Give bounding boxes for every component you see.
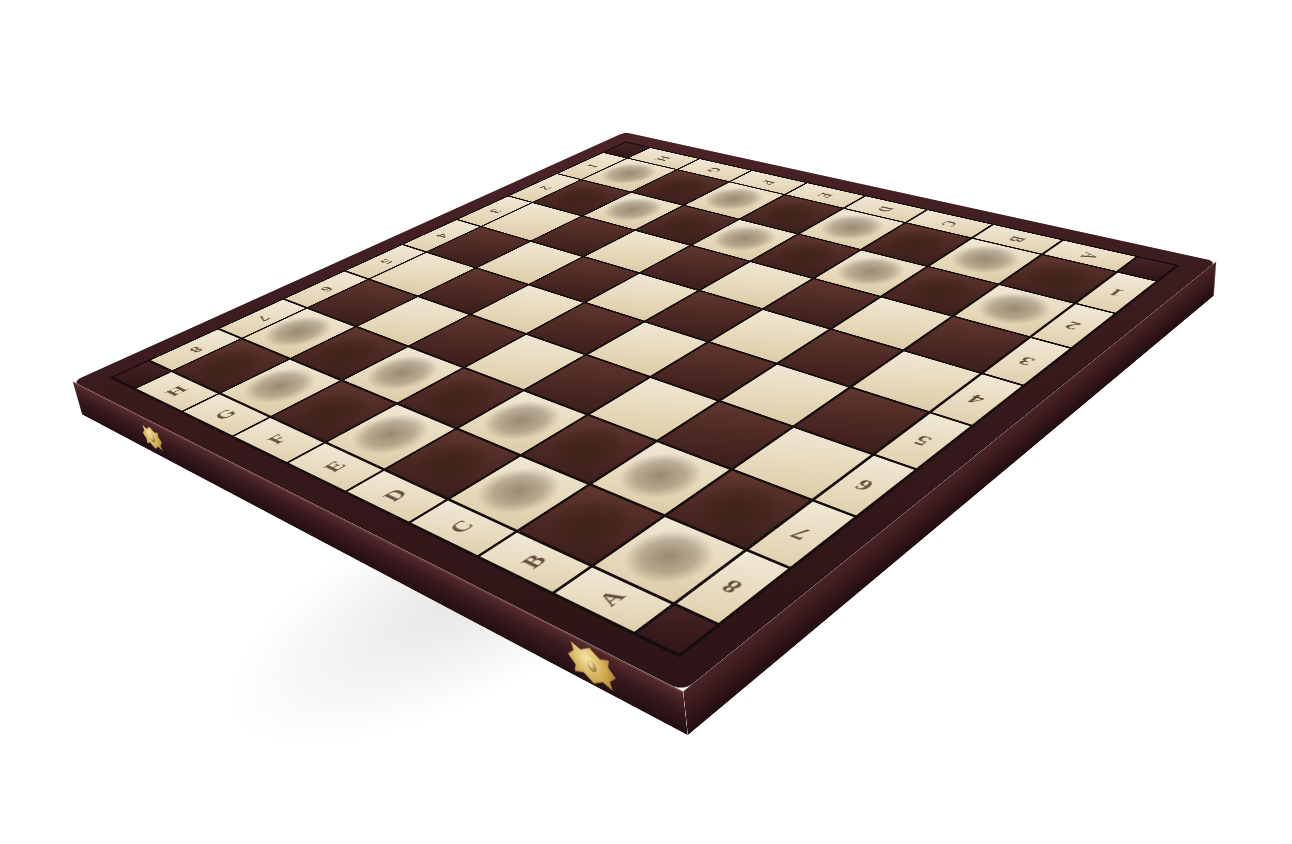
white-rook-icon: ♜ [523, 380, 816, 573]
chess-board: HGFEDCBA1122334455667788HGFEDCBA ♜♞♝♛♚♝♞… [73, 132, 1216, 691]
black-pawn-icon: ♟ [905, 202, 1136, 317]
perspective-stage: HGFEDCBA1122334455667788HGFEDCBA ♜♞♝♛♚♝♞… [0, 0, 1292, 844]
chess-set-photo: HGFEDCBA1122334455667788HGFEDCBA ♜♞♝♛♚♝♞… [0, 0, 1292, 844]
